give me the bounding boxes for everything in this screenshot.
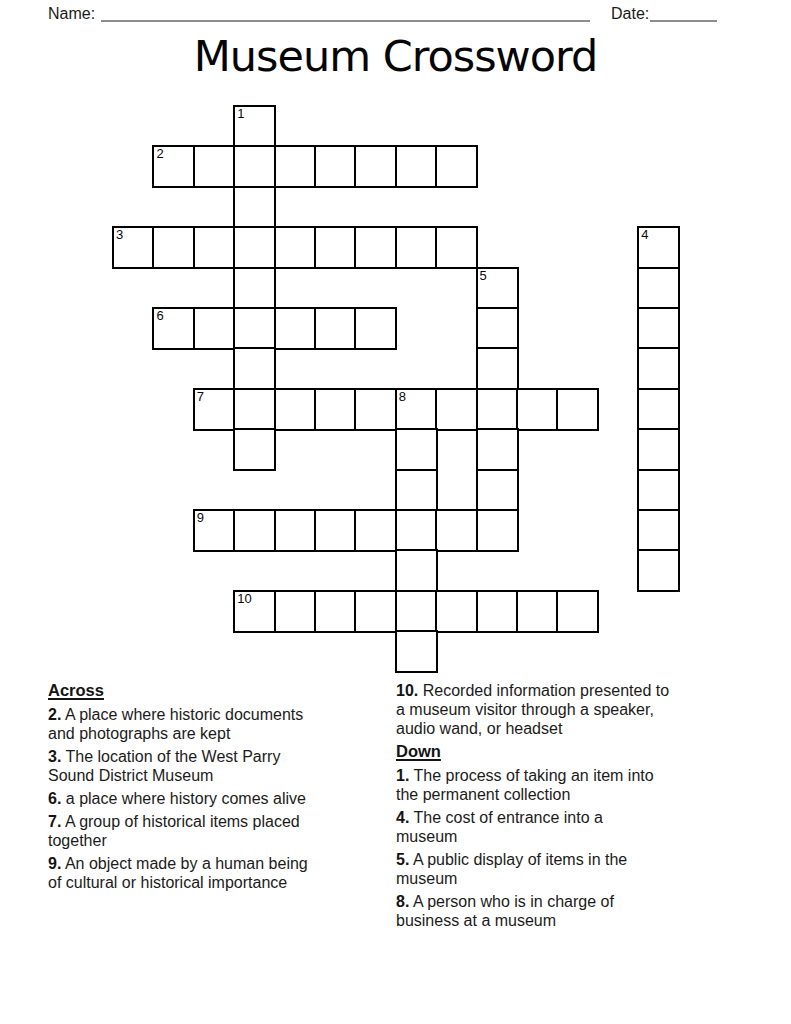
grid-cell-r8c9[interactable] <box>476 428 519 471</box>
grid-cell-r3c5[interactable] <box>314 226 357 269</box>
grid-cell-r1c1[interactable]: 2 <box>152 145 195 188</box>
clue-across-7-number: 7. <box>48 813 61 830</box>
grid-cell-r7c2[interactable]: 7 <box>193 388 236 431</box>
grid-cell-r12c5[interactable] <box>314 590 357 633</box>
grid-cell-r1c2[interactable] <box>193 145 236 188</box>
grid-cell-r8c7[interactable] <box>395 428 438 471</box>
clue-down-1: 1. The process of taking an item into th… <box>396 766 768 804</box>
grid-cell-r12c11[interactable] <box>556 590 599 633</box>
grid-cell-r5c13[interactable] <box>637 307 680 350</box>
clue-number-5: 5 <box>480 269 487 283</box>
clue-down-4-number: 4. <box>396 809 409 826</box>
clue-down-4-text: The cost of entrance into a museum <box>396 809 603 845</box>
across-clues-column: Across 2. A place where historic documen… <box>48 681 396 896</box>
down-clues-column: 10. Recorded information presented to a … <box>396 681 768 934</box>
grid-cell-r8c3[interactable] <box>233 428 276 471</box>
clue-across-2-number: 2. <box>48 706 61 723</box>
grid-cell-r12c7[interactable] <box>395 590 438 633</box>
grid-cell-r10c3[interactable] <box>233 509 276 552</box>
grid-cell-r4c13[interactable] <box>637 267 680 310</box>
grid-cell-r7c10[interactable] <box>516 388 559 431</box>
grid-cell-r3c4[interactable] <box>274 226 317 269</box>
clue-across-6: 6. a place where history comes alive <box>48 789 396 808</box>
grid-cell-r8c13[interactable] <box>637 428 680 471</box>
grid-cell-r1c7[interactable] <box>395 145 438 188</box>
grid-cell-r12c3[interactable]: 10 <box>233 590 276 633</box>
grid-cell-r10c4[interactable] <box>274 509 317 552</box>
clue-number-9: 9 <box>197 511 204 525</box>
date-label: Date: <box>611 5 649 23</box>
grid-cell-r10c7[interactable] <box>395 509 438 552</box>
grid-cell-r12c8[interactable] <box>435 590 478 633</box>
grid-cell-r0c3[interactable]: 1 <box>233 105 276 148</box>
grid-cell-r1c3[interactable] <box>233 145 276 188</box>
name-label: Name: <box>48 5 95 23</box>
grid-cell-r7c6[interactable] <box>354 388 397 431</box>
grid-cell-r5c3[interactable] <box>233 307 276 350</box>
clue-number-3: 3 <box>116 228 123 242</box>
grid-cell-r3c6[interactable] <box>354 226 397 269</box>
grid-cell-r5c2[interactable] <box>193 307 236 350</box>
clue-down-5: 5. A public display of items in the muse… <box>396 850 768 888</box>
grid-cell-r1c4[interactable] <box>274 145 317 188</box>
grid-cell-r1c6[interactable] <box>354 145 397 188</box>
grid-cell-r3c3[interactable] <box>233 226 276 269</box>
clue-across-10-number: 10. <box>396 682 418 699</box>
clue-down-1-text: The process of taking an item into the p… <box>396 767 654 803</box>
grid-cell-r12c10[interactable] <box>516 590 559 633</box>
clue-number-2: 2 <box>156 147 163 161</box>
clue-down-5-number: 5. <box>396 851 409 868</box>
clue-across-10-text: Recorded information presented to a muse… <box>396 682 669 737</box>
grid-cell-r10c13[interactable] <box>637 509 680 552</box>
grid-cell-r1c5[interactable] <box>314 145 357 188</box>
grid-cell-r13c7[interactable] <box>395 630 438 673</box>
clue-down-1-number: 1. <box>396 767 409 784</box>
grid-cell-r7c5[interactable] <box>314 388 357 431</box>
grid-cell-r10c9[interactable] <box>476 509 519 552</box>
across-heading: Across <box>48 681 396 700</box>
clue-across-9-number: 9. <box>48 855 61 872</box>
clue-across-6-text: a place where history comes alive <box>66 790 306 807</box>
clue-down-5-text: A public display of items in the museum <box>396 851 627 887</box>
clue-across-9: 9. An object made by a human being of cu… <box>48 854 396 892</box>
grid-cell-r5c5[interactable] <box>314 307 357 350</box>
grid-cell-r5c9[interactable] <box>476 307 519 350</box>
grid-cell-r2c3[interactable] <box>233 186 276 229</box>
clue-number-6: 6 <box>156 309 163 323</box>
grid-cell-r10c2[interactable]: 9 <box>193 509 236 552</box>
grid-cell-r11c7[interactable] <box>395 549 438 592</box>
grid-cell-r5c1[interactable]: 6 <box>152 307 195 350</box>
grid-cell-r7c8[interactable] <box>435 388 478 431</box>
grid-cell-r5c4[interactable] <box>274 307 317 350</box>
clue-down-8: 8. A person who is in charge of business… <box>396 892 768 930</box>
name-writeline <box>101 20 590 22</box>
clue-across-9-text: An object made by a human being of cultu… <box>48 855 308 891</box>
grid-cell-r4c3[interactable] <box>233 267 276 310</box>
grid-cell-r6c3[interactable] <box>233 347 276 390</box>
clue-down-8-text: A person who is in charge of business at… <box>396 893 614 929</box>
clue-across-7: 7. A group of historical items placed to… <box>48 812 396 850</box>
grid-cell-r12c6[interactable] <box>354 590 397 633</box>
grid-cell-r12c4[interactable] <box>274 590 317 633</box>
grid-cell-r7c13[interactable] <box>637 388 680 431</box>
grid-cell-r9c9[interactable] <box>476 469 519 512</box>
grid-cell-r6c13[interactable] <box>637 347 680 390</box>
grid-cell-r3c2[interactable] <box>193 226 236 269</box>
grid-cell-r6c9[interactable] <box>476 347 519 390</box>
clue-across-10: 10. Recorded information presented to a … <box>396 681 768 738</box>
clue-number-8: 8 <box>399 390 406 404</box>
clue-number-7: 7 <box>197 390 204 404</box>
grid-cell-r9c7[interactable] <box>395 469 438 512</box>
grid-cell-r5c6[interactable] <box>354 307 397 350</box>
clue-number-4: 4 <box>641 228 648 242</box>
grid-cell-r7c3[interactable] <box>233 388 276 431</box>
clue-across-3-text: The location of the West Parry Sound Dis… <box>48 748 280 784</box>
down-heading: Down <box>396 742 768 761</box>
grid-cell-r10c8[interactable] <box>435 509 478 552</box>
clue-across-3: 3. The location of the West Parry Sound … <box>48 747 396 785</box>
grid-cell-r1c8[interactable] <box>435 145 478 188</box>
page-title: Museum Crossword <box>0 31 791 81</box>
grid-cell-r3c8[interactable] <box>435 226 478 269</box>
grid-cell-r3c13[interactable]: 4 <box>637 226 680 269</box>
clue-across-2: 2. A place where historic documents and … <box>48 705 396 743</box>
clue-down-4: 4. The cost of entrance into a museum <box>396 808 768 846</box>
grid-cell-r4c9[interactable]: 5 <box>476 267 519 310</box>
grid-cell-r7c7[interactable]: 8 <box>395 388 438 431</box>
grid-cell-r10c5[interactable] <box>314 509 357 552</box>
grid-cell-r3c7[interactable] <box>395 226 438 269</box>
grid-cell-r10c6[interactable] <box>354 509 397 552</box>
grid-cell-r3c0[interactable]: 3 <box>112 226 155 269</box>
clue-across-2-text: A place where historic documents and pho… <box>48 706 303 742</box>
crossword-grid: 12345678910 <box>112 105 680 673</box>
clue-across-6-number: 6. <box>48 790 61 807</box>
grid-cell-r12c9[interactable] <box>476 590 519 633</box>
date-writeline <box>650 20 717 22</box>
grid-cell-r7c9[interactable] <box>476 388 519 431</box>
clue-down-8-number: 8. <box>396 893 409 910</box>
clue-number-10: 10 <box>237 592 251 606</box>
grid-cell-r11c13[interactable] <box>637 549 680 592</box>
clue-across-3-number: 3. <box>48 748 61 765</box>
grid-cell-r9c13[interactable] <box>637 469 680 512</box>
clue-across-7-text: A group of historical items placed toget… <box>48 813 300 849</box>
grid-cell-r3c1[interactable] <box>152 226 195 269</box>
grid-cell-r7c4[interactable] <box>274 388 317 431</box>
clue-number-1: 1 <box>237 107 244 121</box>
grid-cell-r7c11[interactable] <box>556 388 599 431</box>
